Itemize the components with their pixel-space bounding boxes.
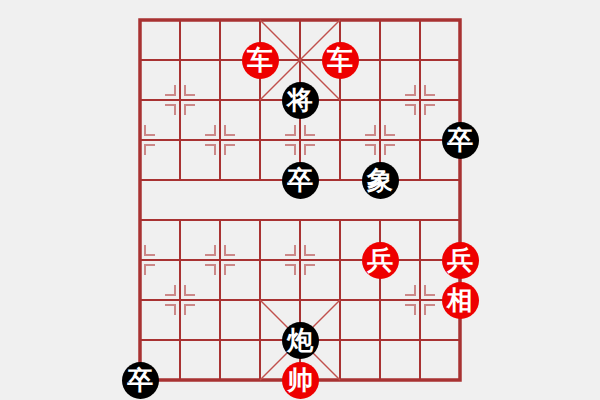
- piece-red-soldier[interactable]: 兵: [442, 242, 479, 279]
- xiangqi-board: 车车将卒卒象兵兵相炮卒帅: [120, 0, 480, 400]
- piece-red-elephant[interactable]: 相: [442, 282, 479, 319]
- piece-red-chariot[interactable]: 车: [242, 42, 279, 79]
- piece-black-soldier[interactable]: 卒: [442, 122, 479, 159]
- piece-red-chariot[interactable]: 车: [322, 42, 359, 79]
- piece-red-general[interactable]: 帅: [282, 362, 319, 399]
- xiangqi-diagram: 车车将卒卒象兵兵相炮卒帅: [0, 0, 600, 400]
- piece-red-soldier[interactable]: 兵: [362, 242, 399, 279]
- piece-black-general[interactable]: 将: [282, 82, 319, 119]
- piece-black-soldier[interactable]: 卒: [282, 162, 319, 199]
- piece-black-cannon[interactable]: 炮: [282, 322, 319, 359]
- piece-black-elephant[interactable]: 象: [362, 162, 399, 199]
- piece-black-soldier[interactable]: 卒: [122, 362, 159, 399]
